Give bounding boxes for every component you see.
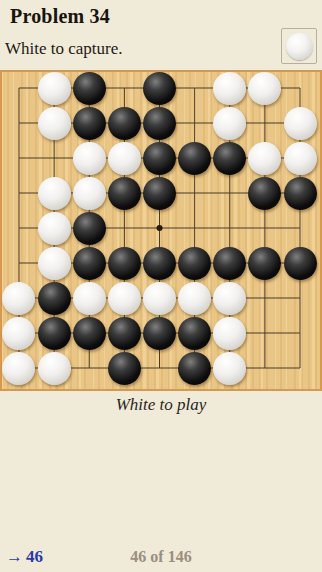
board-cell[interactable] <box>247 71 282 106</box>
black-stone <box>108 317 141 350</box>
board-cell[interactable] <box>142 141 177 176</box>
white-stone <box>248 142 281 175</box>
board-cell[interactable] <box>247 316 282 351</box>
board-cell[interactable] <box>247 246 282 281</box>
board-cell[interactable] <box>72 246 107 281</box>
board-cell[interactable] <box>177 176 212 211</box>
board-cell[interactable] <box>142 246 177 281</box>
black-stone <box>108 107 141 140</box>
white-stone <box>213 317 246 350</box>
board-cell[interactable] <box>107 141 142 176</box>
black-stone <box>284 247 317 280</box>
app-screen: Problem 34 White to capture. White to pl… <box>0 0 322 572</box>
white-stone <box>38 352 71 385</box>
board-cell[interactable] <box>1 316 36 351</box>
board-cell[interactable] <box>107 351 142 386</box>
board-cell[interactable] <box>107 281 142 316</box>
board-cell[interactable] <box>212 71 247 106</box>
board-cell[interactable] <box>37 141 72 176</box>
white-stone <box>108 142 141 175</box>
board-cell[interactable] <box>247 106 282 141</box>
board-cell[interactable] <box>212 316 247 351</box>
board-cell[interactable] <box>72 106 107 141</box>
white-stone-icon <box>286 33 313 60</box>
board-cell[interactable] <box>283 141 318 176</box>
black-stone <box>143 247 176 280</box>
board-cell[interactable] <box>212 211 247 246</box>
black-stone <box>178 317 211 350</box>
board-cell[interactable] <box>72 211 107 246</box>
board-cell[interactable] <box>177 106 212 141</box>
board-cell[interactable] <box>142 281 177 316</box>
black-stone <box>73 107 106 140</box>
board-cell[interactable] <box>37 351 72 386</box>
board-cell[interactable] <box>212 141 247 176</box>
black-stone <box>143 142 176 175</box>
board-cell[interactable] <box>1 71 36 106</box>
board-cell[interactable] <box>142 316 177 351</box>
board-cell[interactable] <box>142 176 177 211</box>
turn-indicator-button[interactable] <box>281 28 317 64</box>
black-stone <box>38 282 71 315</box>
board-cell[interactable] <box>283 351 318 386</box>
white-stone <box>284 107 317 140</box>
black-stone <box>73 317 106 350</box>
white-stone <box>213 352 246 385</box>
board-cell[interactable] <box>107 71 142 106</box>
black-stone <box>178 247 211 280</box>
board-cell[interactable] <box>1 211 36 246</box>
black-stone <box>73 247 106 280</box>
board-grid <box>1 71 317 386</box>
board-cell[interactable] <box>107 211 142 246</box>
board-cell[interactable] <box>72 281 107 316</box>
black-stone <box>143 72 176 105</box>
progress-label: 46 of 146 <box>0 548 322 566</box>
board-cell[interactable] <box>212 351 247 386</box>
white-stone <box>284 142 317 175</box>
board-cell[interactable] <box>107 176 142 211</box>
white-stone <box>143 282 176 315</box>
board-cell[interactable] <box>177 71 212 106</box>
page-title: Problem 34 <box>10 5 110 28</box>
white-stone <box>38 177 71 210</box>
board-cell[interactable] <box>72 71 107 106</box>
white-stone <box>38 107 71 140</box>
board-cell[interactable] <box>72 351 107 386</box>
white-stone <box>2 352 35 385</box>
board-cell[interactable] <box>142 71 177 106</box>
white-stone <box>213 107 246 140</box>
board-cell[interactable] <box>1 176 36 211</box>
white-stone <box>38 72 71 105</box>
board-cell[interactable] <box>107 316 142 351</box>
board-cell[interactable] <box>283 71 318 106</box>
board-cell[interactable] <box>37 176 72 211</box>
white-stone <box>108 282 141 315</box>
black-stone <box>73 72 106 105</box>
board-cell[interactable] <box>177 246 212 281</box>
board-cell[interactable] <box>247 211 282 246</box>
black-stone <box>108 352 141 385</box>
board-cell[interactable] <box>1 141 36 176</box>
board-cell[interactable] <box>37 106 72 141</box>
white-stone <box>213 72 246 105</box>
white-stone <box>213 282 246 315</box>
board-cell[interactable] <box>107 106 142 141</box>
white-stone <box>2 282 35 315</box>
board-cell[interactable] <box>37 71 72 106</box>
white-stone <box>73 177 106 210</box>
black-stone <box>38 317 71 350</box>
white-stone <box>38 247 71 280</box>
board-cell[interactable] <box>283 316 318 351</box>
board-cell[interactable] <box>212 176 247 211</box>
board-cell[interactable] <box>72 141 107 176</box>
black-stone <box>284 177 317 210</box>
board-cell[interactable] <box>212 281 247 316</box>
black-stone <box>213 142 246 175</box>
board-cell[interactable] <box>177 211 212 246</box>
board-cell[interactable] <box>37 246 72 281</box>
instruction-text: White to capture. <box>5 39 123 59</box>
board-cell[interactable] <box>177 141 212 176</box>
board-cell[interactable] <box>1 351 36 386</box>
board-cell[interactable] <box>283 281 318 316</box>
board-cell[interactable] <box>1 106 36 141</box>
board-cell[interactable] <box>142 351 177 386</box>
board-cell[interactable] <box>37 211 72 246</box>
board-cell[interactable] <box>142 211 177 246</box>
black-stone <box>108 247 141 280</box>
board-cell[interactable] <box>177 351 212 386</box>
black-stone <box>108 177 141 210</box>
board-caption: White to play <box>0 395 322 415</box>
black-stone <box>143 107 176 140</box>
go-board[interactable] <box>0 70 322 391</box>
white-stone <box>248 72 281 105</box>
white-stone <box>2 317 35 350</box>
bottom-bar: →46 46 of 146 <box>0 547 322 569</box>
black-stone <box>178 352 211 385</box>
board-cell[interactable] <box>1 246 36 281</box>
white-stone <box>73 282 106 315</box>
board-cell[interactable] <box>212 106 247 141</box>
board-cell[interactable] <box>177 281 212 316</box>
board-cell[interactable] <box>283 246 318 281</box>
white-stone <box>38 212 71 245</box>
black-stone <box>213 247 246 280</box>
black-stone <box>143 317 176 350</box>
white-stone <box>178 282 211 315</box>
board-cell[interactable] <box>72 316 107 351</box>
board-cell[interactable] <box>107 246 142 281</box>
board-cell[interactable] <box>283 176 318 211</box>
board-cell[interactable] <box>72 176 107 211</box>
board-cell[interactable] <box>283 106 318 141</box>
black-stone <box>248 247 281 280</box>
board-cell[interactable] <box>247 281 282 316</box>
black-stone <box>178 142 211 175</box>
board-cell[interactable] <box>247 176 282 211</box>
board-cell[interactable] <box>177 316 212 351</box>
board-cell[interactable] <box>247 141 282 176</box>
board-cell[interactable] <box>247 351 282 386</box>
white-stone <box>73 142 106 175</box>
board-cell[interactable] <box>212 246 247 281</box>
board-cell[interactable] <box>37 316 72 351</box>
board-cell[interactable] <box>142 106 177 141</box>
black-stone <box>143 177 176 210</box>
board-cell[interactable] <box>1 281 36 316</box>
board-cell[interactable] <box>283 211 318 246</box>
board-cell[interactable] <box>37 281 72 316</box>
black-stone <box>248 177 281 210</box>
black-stone <box>73 212 106 245</box>
